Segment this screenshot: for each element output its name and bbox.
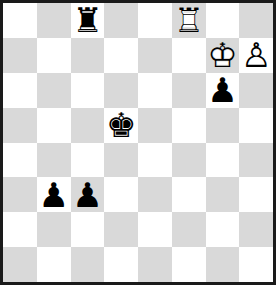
square-d3[interactable] xyxy=(104,177,138,212)
square-d7[interactable] xyxy=(104,38,138,73)
square-f3[interactable] xyxy=(172,177,206,212)
square-d4[interactable] xyxy=(104,143,138,178)
square-f6[interactable] xyxy=(172,73,206,108)
square-c3[interactable]: ♟ xyxy=(71,177,105,212)
square-h3[interactable] xyxy=(239,177,273,212)
square-a1[interactable] xyxy=(3,247,37,282)
square-g2[interactable] xyxy=(206,212,240,247)
square-h1[interactable] xyxy=(239,247,273,282)
square-b2[interactable] xyxy=(37,212,71,247)
square-c2[interactable] xyxy=(71,212,105,247)
square-c6[interactable] xyxy=(71,73,105,108)
square-h7[interactable]: ♟♙ xyxy=(239,38,273,73)
white-pawn: ♟♙ xyxy=(241,38,271,72)
square-h5[interactable] xyxy=(239,108,273,143)
square-f1[interactable] xyxy=(172,247,206,282)
square-g4[interactable] xyxy=(206,143,240,178)
square-e5[interactable] xyxy=(138,108,172,143)
square-g1[interactable] xyxy=(206,247,240,282)
square-e8[interactable] xyxy=(138,3,172,38)
square-d5[interactable]: ♚ xyxy=(104,108,138,143)
square-g5[interactable] xyxy=(206,108,240,143)
square-f2[interactable] xyxy=(172,212,206,247)
square-e1[interactable] xyxy=(138,247,172,282)
black-pawn: ♟ xyxy=(72,178,102,212)
square-c8[interactable]: ♜ xyxy=(71,3,105,38)
square-h4[interactable] xyxy=(239,143,273,178)
square-a8[interactable] xyxy=(3,3,37,38)
black-pawn: ♟ xyxy=(38,178,68,212)
square-h6[interactable] xyxy=(239,73,273,108)
square-a5[interactable] xyxy=(3,108,37,143)
chess-board: ♜♜♖♚♔♟♙♟♚♟♟ xyxy=(3,3,273,282)
square-a3[interactable] xyxy=(3,177,37,212)
square-b6[interactable] xyxy=(37,73,71,108)
square-f4[interactable] xyxy=(172,143,206,178)
square-h2[interactable] xyxy=(239,212,273,247)
square-a6[interactable] xyxy=(3,73,37,108)
square-g3[interactable] xyxy=(206,177,240,212)
square-b7[interactable] xyxy=(37,38,71,73)
square-c7[interactable] xyxy=(71,38,105,73)
square-g6[interactable]: ♟ xyxy=(206,73,240,108)
square-g8[interactable] xyxy=(206,3,240,38)
square-d2[interactable] xyxy=(104,212,138,247)
square-d8[interactable] xyxy=(104,3,138,38)
white-rook: ♜♖ xyxy=(173,3,203,37)
square-d1[interactable] xyxy=(104,247,138,282)
board-frame: ♜♜♖♚♔♟♙♟♚♟♟ xyxy=(0,0,276,285)
square-b4[interactable] xyxy=(37,143,71,178)
black-pawn: ♟ xyxy=(207,73,237,107)
square-b5[interactable] xyxy=(37,108,71,143)
square-c4[interactable] xyxy=(71,143,105,178)
square-c1[interactable] xyxy=(71,247,105,282)
square-b1[interactable] xyxy=(37,247,71,282)
square-e2[interactable] xyxy=(138,212,172,247)
square-c5[interactable] xyxy=(71,108,105,143)
square-e3[interactable] xyxy=(138,177,172,212)
square-b3[interactable]: ♟ xyxy=(37,177,71,212)
square-f7[interactable] xyxy=(172,38,206,73)
square-g7[interactable]: ♚♔ xyxy=(206,38,240,73)
black-king: ♚ xyxy=(106,108,136,142)
black-rook: ♜ xyxy=(72,3,102,37)
square-e6[interactable] xyxy=(138,73,172,108)
square-e4[interactable] xyxy=(138,143,172,178)
square-f5[interactable] xyxy=(172,108,206,143)
square-d6[interactable] xyxy=(104,73,138,108)
square-f8[interactable]: ♜♖ xyxy=(172,3,206,38)
square-e7[interactable] xyxy=(138,38,172,73)
square-a2[interactable] xyxy=(3,212,37,247)
white-king: ♚♔ xyxy=(207,38,237,72)
square-b8[interactable] xyxy=(37,3,71,38)
square-a7[interactable] xyxy=(3,38,37,73)
square-a4[interactable] xyxy=(3,143,37,178)
square-h8[interactable] xyxy=(239,3,273,38)
